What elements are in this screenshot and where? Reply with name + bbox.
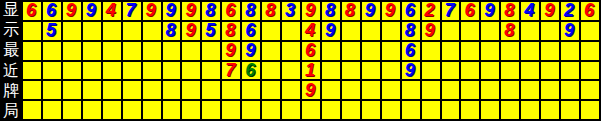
board-cell (143, 81, 161, 99)
board-cell (521, 81, 539, 99)
board-cell (123, 81, 141, 99)
board-cell: 8 (242, 2, 260, 20)
board-cell: 6 (402, 42, 420, 60)
card-value-digit: 6 (405, 2, 415, 19)
label-char: 显 (0, 0, 22, 20)
card-value-digit: 6 (26, 2, 36, 19)
board-cell (581, 22, 599, 40)
board-cell (342, 42, 360, 60)
card-value-digit: 2 (564, 2, 574, 19)
board-cell (422, 81, 440, 99)
board-cell: 7 (222, 62, 240, 80)
board-cell (561, 101, 579, 119)
board-cell (282, 22, 300, 40)
board-cell (43, 81, 61, 99)
board-cell: 9 (362, 2, 380, 20)
card-value-digit: 6 (245, 22, 255, 39)
board-cell: 8 (402, 22, 420, 40)
board-cell: 6 (581, 2, 599, 20)
card-value-digit: 4 (106, 2, 116, 19)
board-cell: 8 (501, 2, 519, 20)
board-cell (202, 101, 220, 119)
board-cell (302, 101, 320, 119)
board-cell (143, 22, 161, 40)
board-cell: 5 (43, 22, 61, 40)
board-cell (262, 22, 280, 40)
board-cell (63, 62, 81, 80)
board-cell (182, 81, 200, 99)
board-cell (501, 101, 519, 119)
card-value-digit: 9 (385, 2, 395, 19)
board-cell: 9 (182, 22, 200, 40)
board-cell: 2 (422, 2, 440, 20)
card-value-digit: 1 (305, 62, 315, 79)
board-cell: 9 (163, 2, 181, 20)
board-cell (123, 101, 141, 119)
board-cell (442, 101, 460, 119)
board-cell (182, 42, 200, 60)
board-cell (461, 101, 479, 119)
board-cell (282, 101, 300, 119)
board-cell (103, 81, 121, 99)
card-value-digit: 8 (405, 22, 415, 39)
board-cell (103, 101, 121, 119)
board-cell: 7 (442, 2, 460, 20)
board-cell (541, 62, 559, 80)
board-cell (123, 42, 141, 60)
board-cell: 8 (222, 22, 240, 40)
board-cell: 9 (422, 22, 440, 40)
board-cell (322, 81, 340, 99)
board-cell (222, 101, 240, 119)
board-cell (163, 81, 181, 99)
board-cell: 4 (521, 2, 539, 20)
board-cell (481, 81, 499, 99)
board-cell (262, 101, 280, 119)
board-cell: 2 (561, 2, 579, 20)
board-cell (362, 62, 380, 80)
board-cell: 5 (202, 22, 220, 40)
card-value-digit: 6 (584, 2, 594, 19)
board-cell: 9 (561, 22, 579, 40)
vertical-label-display-recent-games: 显示最近牌局 (0, 0, 22, 121)
board-cell (461, 62, 479, 80)
board-cell (581, 62, 599, 80)
card-value-digit: 7 (126, 2, 136, 19)
board-cell: 6 (43, 2, 61, 20)
board-cell (362, 22, 380, 40)
card-value-digit: 9 (86, 2, 96, 19)
board-cell: 8 (262, 2, 280, 20)
board-cell: 9 (242, 42, 260, 60)
board-cell (202, 81, 220, 99)
board-cell: 4 (103, 2, 121, 20)
board-cell: 8 (501, 22, 519, 40)
board-cell (561, 62, 579, 80)
board-cell (143, 101, 161, 119)
board-cell: 3 (282, 2, 300, 20)
board-cell (342, 22, 360, 40)
board-cell (23, 62, 41, 80)
board-cell (561, 81, 579, 99)
card-value-digit: 9 (405, 62, 415, 79)
board-cell (521, 101, 539, 119)
board-cell (23, 22, 41, 40)
board-cell (481, 22, 499, 40)
board-cell (362, 101, 380, 119)
board-cell (481, 62, 499, 80)
board-cell (182, 101, 200, 119)
board-cell (123, 62, 141, 80)
card-value-digit: 6 (225, 2, 235, 19)
card-value-digit: 9 (425, 22, 435, 39)
board-cell (382, 101, 400, 119)
board-cell (561, 42, 579, 60)
card-value-digit: 8 (504, 2, 514, 19)
board-cell (143, 42, 161, 60)
board-cell: 9 (481, 2, 499, 20)
board-cell (83, 101, 101, 119)
board-cell (163, 42, 181, 60)
board-cell (521, 62, 539, 80)
card-value-digit: 9 (365, 2, 375, 19)
board-cell (541, 101, 559, 119)
board-cell (501, 42, 519, 60)
board-cell (521, 22, 539, 40)
recent-games-panel: 显示最近牌局 669947999868839889962769849265895… (0, 0, 601, 121)
card-value-digit: 2 (425, 2, 435, 19)
board-cell (402, 101, 420, 119)
board-cell (442, 81, 460, 99)
board-cell (322, 101, 340, 119)
board-cell (362, 81, 380, 99)
card-value-digit: 8 (325, 2, 335, 19)
board-cell (83, 42, 101, 60)
board-cell: 9 (382, 2, 400, 20)
board-cell (202, 62, 220, 80)
board-cell: 6 (402, 2, 420, 20)
card-value-digit: 6 (245, 62, 255, 79)
board-cell (581, 101, 599, 119)
board-cell (342, 101, 360, 119)
card-value-digit: 5 (205, 22, 215, 39)
card-value-digit: 8 (504, 22, 514, 39)
board-cell (501, 62, 519, 80)
board-cell (342, 81, 360, 99)
card-value-digit: 9 (564, 22, 574, 39)
board-cell (521, 42, 539, 60)
board-cell (541, 42, 559, 60)
board-cell (481, 42, 499, 60)
board-cell (541, 22, 559, 40)
board-cell (282, 81, 300, 99)
card-value-digit: 3 (285, 2, 295, 19)
board-cell (262, 62, 280, 80)
board-cell: 1 (302, 62, 320, 80)
card-value-digit: 8 (165, 22, 175, 39)
board-cell: 6 (23, 2, 41, 20)
card-value-digit: 9 (185, 2, 195, 19)
card-value-digit: 7 (445, 2, 455, 19)
card-value-digit: 6 (405, 42, 415, 59)
board-cell (581, 81, 599, 99)
card-value-digit: 9 (305, 2, 315, 19)
board-cell: 9 (83, 2, 101, 20)
board-cell (262, 42, 280, 60)
board-cell (382, 62, 400, 80)
board-cell (63, 22, 81, 40)
card-value-digit: 9 (245, 42, 255, 59)
board-cell: 6 (302, 42, 320, 60)
card-value-digit: 9 (305, 82, 315, 99)
board-cell (143, 62, 161, 80)
label-char: 最 (0, 40, 22, 60)
board-cell (163, 101, 181, 119)
board-cell: 9 (63, 2, 81, 20)
board-cell (322, 42, 340, 60)
board-cell (43, 42, 61, 60)
card-value-digit: 4 (524, 2, 534, 19)
board-cell (103, 62, 121, 80)
board-cell (422, 42, 440, 60)
board-cell: 8 (163, 22, 181, 40)
board-cell (342, 62, 360, 80)
board-cell: 6 (461, 2, 479, 20)
board-cell: 6 (242, 22, 260, 40)
board-cell (442, 62, 460, 80)
card-value-digit: 9 (225, 42, 235, 59)
label-char: 牌 (0, 81, 22, 101)
board-cell (282, 42, 300, 60)
board-cell (581, 42, 599, 60)
board-cell (422, 101, 440, 119)
board-cell (422, 62, 440, 80)
board-cell (182, 62, 200, 80)
card-value-digit: 4 (305, 22, 315, 39)
board-cell: 9 (541, 2, 559, 20)
card-value-digit: 5 (46, 22, 56, 39)
card-value-digit: 6 (464, 2, 474, 19)
board-cell (63, 81, 81, 99)
card-value-digit: 9 (165, 2, 175, 19)
board-cell (382, 22, 400, 40)
board-cell (481, 101, 499, 119)
card-value-digit: 7 (225, 62, 235, 79)
board-cell (202, 42, 220, 60)
label-char: 近 (0, 61, 22, 81)
card-value-digit: 9 (544, 2, 554, 19)
label-char: 局 (0, 101, 22, 121)
board-cell: 9 (222, 42, 240, 60)
board-cell (83, 81, 101, 99)
board-cell (461, 81, 479, 99)
card-value-digit: 8 (245, 2, 255, 19)
board-cell (322, 62, 340, 80)
card-value-digit: 9 (66, 2, 76, 19)
card-value-digit: 6 (46, 2, 56, 19)
board-cell (43, 101, 61, 119)
board-cell (43, 62, 61, 80)
board-cell: 9 (302, 81, 320, 99)
board-cell: 9 (302, 2, 320, 20)
board-cell: 9 (182, 2, 200, 20)
card-value-digit: 9 (484, 2, 494, 19)
board-cell: 6 (242, 62, 260, 80)
card-value-digit: 9 (325, 22, 335, 39)
board-cell (222, 81, 240, 99)
board-cell (402, 81, 420, 99)
card-value-digit: 6 (305, 42, 315, 59)
board-cell (242, 81, 260, 99)
card-value-digit: 8 (205, 2, 215, 19)
board-cell (442, 22, 460, 40)
card-value-digit: 9 (185, 22, 195, 39)
board-cell (282, 62, 300, 80)
board-cell: 6 (222, 2, 240, 20)
board-cell: 9 (143, 2, 161, 20)
board-cell (103, 42, 121, 60)
board-cell: 8 (202, 2, 220, 20)
label-char: 示 (0, 20, 22, 40)
card-value-digit: 8 (265, 2, 275, 19)
card-value-digit: 8 (225, 22, 235, 39)
board-cell (163, 62, 181, 80)
board-cell (63, 42, 81, 60)
board-cell: 4 (302, 22, 320, 40)
board-cell (501, 81, 519, 99)
board-cell: 7 (123, 2, 141, 20)
board-cell (83, 62, 101, 80)
board-cell (382, 81, 400, 99)
board-cell (362, 42, 380, 60)
board-cell: 9 (322, 22, 340, 40)
board-cell (23, 81, 41, 99)
results-grid: 6699479998688398899627698492658958649898… (22, 0, 601, 121)
card-value-digit: 8 (345, 2, 355, 19)
board-cell (103, 22, 121, 40)
board-cell (442, 42, 460, 60)
board-cell: 8 (342, 2, 360, 20)
board-cell: 9 (402, 62, 420, 80)
board-cell (242, 101, 260, 119)
board-cell: 8 (322, 2, 340, 20)
board-cell (63, 101, 81, 119)
board-cell (83, 22, 101, 40)
board-cell (461, 42, 479, 60)
board-cell (123, 22, 141, 40)
card-value-digit: 9 (146, 2, 156, 19)
board-cell (461, 22, 479, 40)
board-cell (382, 42, 400, 60)
board-cell (262, 81, 280, 99)
board-cell (541, 81, 559, 99)
board-cell (23, 101, 41, 119)
board-cell (23, 42, 41, 60)
